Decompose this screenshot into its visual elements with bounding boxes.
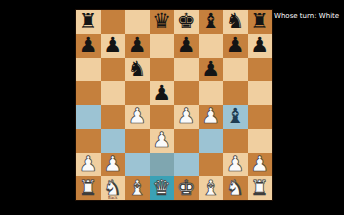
square-g3[interactable] <box>223 129 248 153</box>
black-pawn: ♟ <box>201 58 220 79</box>
square-g2[interactable]: ♟ <box>223 153 248 177</box>
square-d2[interactable] <box>150 153 175 177</box>
square-c6[interactable]: ♞ <box>125 58 150 82</box>
square-a2[interactable]: ♟ <box>76 153 101 177</box>
square-b2[interactable]: ♟ <box>101 153 126 177</box>
black-bishop: ♝ <box>201 11 220 32</box>
square-a7[interactable]: ♟ <box>76 34 101 58</box>
white-pawn: ♟ <box>103 153 122 174</box>
black-pawn: ♟ <box>103 35 122 56</box>
square-f7[interactable] <box>199 34 224 58</box>
square-c3[interactable] <box>125 129 150 153</box>
square-g8[interactable]: ♞ <box>223 10 248 34</box>
black-bishop: ♝ <box>226 106 245 127</box>
chess-board: ♜♛♚♝♞♜♟♟♟♟♟♟♞♟♟♟♟♟♝♟♟♟♟♟♜♞Back♝♛♚♝♞♜ <box>76 10 272 200</box>
square-h2[interactable]: ♟ <box>248 153 273 177</box>
square-f2[interactable] <box>199 153 224 177</box>
white-pawn: ♟ <box>201 106 220 127</box>
square-f4[interactable]: ♟ <box>199 105 224 129</box>
square-h8[interactable]: ♜ <box>248 10 273 34</box>
square-g5[interactable] <box>223 81 248 105</box>
square-f8[interactable]: ♝ <box>199 10 224 34</box>
white-pawn: ♟ <box>250 153 269 174</box>
square-b3[interactable] <box>101 129 126 153</box>
black-queen: ♛ <box>152 11 171 32</box>
square-g1[interactable]: ♞ <box>223 176 248 200</box>
square-b6[interactable] <box>101 58 126 82</box>
square-e3[interactable] <box>174 129 199 153</box>
square-a8[interactable]: ♜ <box>76 10 101 34</box>
square-c5[interactable] <box>125 81 150 105</box>
black-pawn: ♟ <box>79 35 98 56</box>
black-pawn: ♟ <box>177 35 196 56</box>
white-pawn: ♟ <box>128 106 147 127</box>
square-d1[interactable]: ♛ <box>150 176 175 200</box>
square-a3[interactable] <box>76 129 101 153</box>
white-knight: ♞ <box>226 177 245 198</box>
white-pawn: ♟ <box>152 130 171 151</box>
turn-indicator: Whose turn: White <box>274 12 339 20</box>
square-h1[interactable]: ♜ <box>248 176 273 200</box>
square-d8[interactable]: ♛ <box>150 10 175 34</box>
black-pawn: ♟ <box>226 35 245 56</box>
white-pawn: ♟ <box>226 153 245 174</box>
square-e6[interactable] <box>174 58 199 82</box>
square-f3[interactable] <box>199 129 224 153</box>
square-a5[interactable] <box>76 81 101 105</box>
square-e1[interactable]: ♚ <box>174 176 199 200</box>
black-knight: ♞ <box>128 58 147 79</box>
square-e7[interactable]: ♟ <box>174 34 199 58</box>
square-g4[interactable]: ♝ <box>223 105 248 129</box>
square-d7[interactable] <box>150 34 175 58</box>
square-d3[interactable]: ♟ <box>150 129 175 153</box>
square-h3[interactable] <box>248 129 273 153</box>
square-e4[interactable]: ♟ <box>174 105 199 129</box>
square-h4[interactable] <box>248 105 273 129</box>
white-pawn: ♟ <box>79 153 98 174</box>
square-h5[interactable] <box>248 81 273 105</box>
square-b8[interactable] <box>101 10 126 34</box>
square-c1[interactable]: ♝ <box>125 176 150 200</box>
square-b7[interactable]: ♟ <box>101 34 126 58</box>
square-f5[interactable] <box>199 81 224 105</box>
square-c8[interactable] <box>125 10 150 34</box>
black-pawn: ♟ <box>152 82 171 103</box>
square-b5[interactable] <box>101 81 126 105</box>
square-e5[interactable] <box>174 81 199 105</box>
white-bishop: ♝ <box>128 177 147 198</box>
square-a6[interactable] <box>76 58 101 82</box>
square-a1[interactable]: ♜ <box>76 176 101 200</box>
square-a4[interactable] <box>76 105 101 129</box>
square-f6[interactable]: ♟ <box>199 58 224 82</box>
square-e8[interactable]: ♚ <box>174 10 199 34</box>
square-g6[interactable] <box>223 58 248 82</box>
black-pawn: ♟ <box>128 35 147 56</box>
white-queen: ♛ <box>152 177 171 198</box>
white-rook: ♜ <box>250 177 269 198</box>
white-pawn: ♟ <box>177 106 196 127</box>
black-king: ♚ <box>177 11 196 32</box>
square-g7[interactable]: ♟ <box>223 34 248 58</box>
black-pawn: ♟ <box>250 35 269 56</box>
white-bishop: ♝ <box>201 177 220 198</box>
black-rook: ♜ <box>79 11 98 32</box>
square-c2[interactable] <box>125 153 150 177</box>
square-c4[interactable]: ♟ <box>125 105 150 129</box>
square-d5[interactable]: ♟ <box>150 81 175 105</box>
square-b4[interactable] <box>101 105 126 129</box>
black-knight: ♞ <box>226 11 245 32</box>
square-h6[interactable] <box>248 58 273 82</box>
square-e2[interactable] <box>174 153 199 177</box>
black-rook: ♜ <box>250 11 269 32</box>
white-rook: ♜ <box>79 177 98 198</box>
square-f1[interactable]: ♝ <box>199 176 224 200</box>
square-d6[interactable] <box>150 58 175 82</box>
square-c7[interactable]: ♟ <box>125 34 150 58</box>
square-b1[interactable]: ♞Back <box>101 176 126 200</box>
square-caption-b1: Back <box>101 195 126 200</box>
square-d4[interactable] <box>150 105 175 129</box>
square-h7[interactable]: ♟ <box>248 34 273 58</box>
white-king: ♚ <box>177 177 196 198</box>
